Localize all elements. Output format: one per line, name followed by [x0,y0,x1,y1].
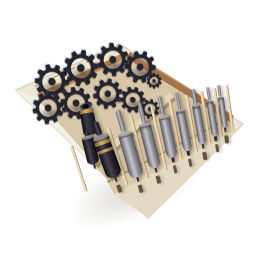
brass-ring [98,147,114,155]
chuck-hex-socket [82,104,89,109]
bit-center-spur [114,177,118,183]
rail-slot [224,135,229,143]
bit-shank [206,87,211,101]
bit-center-spur [187,151,190,156]
bit-center-spur [214,137,217,142]
rail-slot [214,144,219,152]
rail-slot [172,165,177,174]
rail-slot [188,158,193,167]
bit-center-spur [154,167,158,172]
rail-slot [138,184,144,193]
bit-shank [137,101,147,123]
rail-slot [156,175,161,184]
product-photo: ⚙⚙⚙⚙⚙⚙⚙⚙⚙⚙ [0,0,259,259]
bit-shank [157,96,165,116]
bit-center-spur [136,177,140,182]
bit-center-spur [224,128,227,133]
rail-slot [116,185,122,194]
bit-shank [191,89,197,105]
bit-center-spur [171,158,174,163]
bit-shank [218,85,222,97]
forstner-bit: ⚙ [143,70,165,92]
bit-center-spur [201,144,204,149]
rail-slot [202,151,207,159]
scene: ⚙⚙⚙⚙⚙⚙⚙⚙⚙⚙ [0,0,259,259]
bit-shank [116,109,127,132]
bit-shank [175,92,182,110]
bit-center-spur [93,163,97,168]
